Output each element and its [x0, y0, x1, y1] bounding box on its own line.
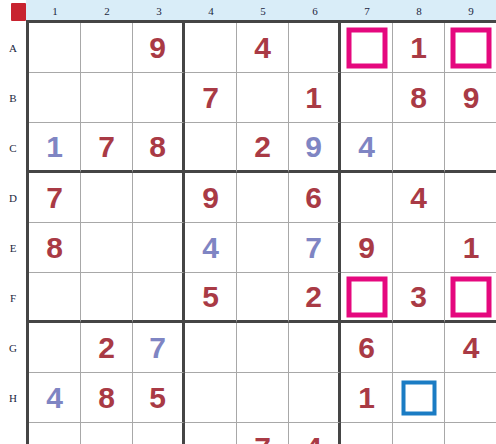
column-label-8: 8 — [393, 0, 445, 22]
window-corner-icon — [11, 3, 26, 21]
cell-digit-A5: 4 — [254, 33, 271, 63]
sudoku-cell-D7[interactable] — [341, 173, 393, 223]
sudoku-cell-A2[interactable] — [81, 23, 133, 73]
cell-digit-B9: 9 — [463, 83, 480, 113]
sudoku-grid: 94171891782947964847915232764485174 — [26, 20, 496, 444]
cell-digit-G3: 7 — [149, 333, 166, 363]
sudoku-cell-A3[interactable]: 9 — [133, 23, 185, 73]
sudoku-cell-A9[interactable] — [445, 23, 496, 73]
sudoku-cell-A5[interactable]: 4 — [237, 23, 289, 73]
cell-digit-H2: 8 — [98, 383, 115, 413]
row-label-A: A — [0, 23, 26, 73]
sudoku-cell-C2[interactable]: 7 — [81, 123, 133, 173]
row-label-F: F — [0, 273, 26, 323]
sudoku-cell-H8[interactable] — [393, 373, 445, 423]
row-label-G: G — [0, 323, 26, 373]
cell-digit-E6: 7 — [305, 233, 322, 263]
sudoku-cell-E2[interactable] — [81, 223, 133, 273]
sudoku-cell-F9[interactable] — [445, 273, 496, 323]
sudoku-cell-I2[interactable] — [81, 423, 133, 444]
sudoku-cell-G3[interactable]: 7 — [133, 323, 185, 373]
sudoku-cell-I3[interactable] — [133, 423, 185, 444]
sudoku-cell-C8[interactable] — [393, 123, 445, 173]
column-label-7: 7 — [341, 0, 393, 22]
sudoku-cell-F4[interactable]: 5 — [185, 273, 237, 323]
cell-digit-G2: 2 — [98, 333, 115, 363]
sudoku-cell-D5[interactable] — [237, 173, 289, 223]
cell-digit-E9: 1 — [463, 233, 480, 263]
sudoku-cell-F7[interactable] — [341, 273, 393, 323]
cell-digit-E1: 8 — [46, 233, 63, 263]
sudoku-cell-E5[interactable] — [237, 223, 289, 273]
cell-digit-I5: 7 — [254, 433, 271, 444]
sudoku-app: 123456789 ABCDEFGHI 94171891782947964847… — [0, 0, 496, 444]
sudoku-cell-G7[interactable]: 6 — [341, 323, 393, 373]
sudoku-cell-B7[interactable] — [341, 73, 393, 123]
sudoku-cell-F1[interactable] — [29, 273, 81, 323]
sudoku-cell-E7[interactable]: 9 — [341, 223, 393, 273]
cell-digit-E7: 9 — [358, 233, 375, 263]
cell-digit-C1: 1 — [46, 132, 63, 162]
sudoku-cell-C1[interactable]: 1 — [29, 123, 81, 173]
sudoku-cell-H3[interactable]: 5 — [133, 373, 185, 423]
sudoku-cell-D3[interactable] — [133, 173, 185, 223]
column-label-9: 9 — [445, 0, 496, 22]
sudoku-cell-F2[interactable] — [81, 273, 133, 323]
cell-digit-F4: 5 — [202, 282, 219, 312]
sudoku-cell-H5[interactable] — [237, 373, 289, 423]
cell-digit-A3: 9 — [149, 33, 166, 63]
cell-digit-A8: 1 — [410, 33, 427, 63]
sudoku-cell-F8[interactable]: 3 — [393, 273, 445, 323]
sudoku-cell-I5[interactable]: 7 — [237, 423, 289, 444]
sudoku-cell-G5[interactable] — [237, 323, 289, 373]
sudoku-cell-I1[interactable] — [29, 423, 81, 444]
sudoku-cell-F6[interactable]: 2 — [289, 273, 341, 323]
column-label-4: 4 — [185, 0, 237, 22]
cell-digit-B4: 7 — [202, 83, 219, 113]
sudoku-cell-E8[interactable] — [393, 223, 445, 273]
sudoku-cell-A1[interactable] — [29, 23, 81, 73]
sudoku-cell-B1[interactable] — [29, 73, 81, 123]
sudoku-cell-F5[interactable] — [237, 273, 289, 323]
sudoku-cell-C9[interactable] — [445, 123, 496, 173]
sudoku-cell-E6[interactable]: 7 — [289, 223, 341, 273]
column-label-5: 5 — [237, 0, 289, 22]
sudoku-cell-B5[interactable] — [237, 73, 289, 123]
sudoku-cell-B6[interactable]: 1 — [289, 73, 341, 123]
sudoku-cell-G8[interactable] — [393, 323, 445, 373]
sudoku-cell-I6[interactable]: 4 — [289, 423, 341, 444]
sudoku-cell-C5[interactable]: 2 — [237, 123, 289, 173]
sudoku-cell-H4[interactable] — [185, 373, 237, 423]
sudoku-cell-C4[interactable] — [185, 123, 237, 173]
cell-digit-G7: 6 — [358, 333, 375, 363]
sudoku-cell-D2[interactable] — [81, 173, 133, 223]
cell-digit-D4: 9 — [202, 183, 219, 213]
row-labels: ABCDEFGHI — [0, 23, 26, 444]
sudoku-cell-A7[interactable] — [341, 23, 393, 73]
selection-highlight-blue-H8 — [401, 380, 436, 415]
selection-highlight-pink-A7 — [346, 27, 387, 68]
selection-highlight-pink-A9 — [451, 27, 492, 68]
sudoku-cell-I9[interactable] — [445, 423, 496, 444]
sudoku-cell-G6[interactable] — [289, 323, 341, 373]
cell-digit-C5: 2 — [254, 132, 271, 162]
cell-digit-C2: 7 — [98, 132, 115, 162]
cell-digit-I6: 4 — [305, 433, 322, 444]
cell-digit-G9: 4 — [463, 333, 480, 363]
sudoku-cell-F3[interactable] — [133, 273, 185, 323]
cell-digit-F6: 2 — [305, 282, 322, 312]
column-label-3: 3 — [133, 0, 185, 22]
cell-digit-B6: 1 — [305, 83, 322, 113]
cell-digit-D6: 6 — [305, 183, 322, 213]
cell-digit-C6: 9 — [305, 132, 322, 162]
sudoku-cell-B3[interactable] — [133, 73, 185, 123]
sudoku-cell-D1[interactable]: 7 — [29, 173, 81, 223]
sudoku-cell-H1[interactable]: 4 — [29, 373, 81, 423]
selection-highlight-pink-F9 — [451, 276, 492, 317]
cell-digit-C3: 8 — [149, 132, 166, 162]
cell-digit-D8: 4 — [410, 183, 427, 213]
column-label-2: 2 — [81, 0, 133, 22]
sudoku-cell-E3[interactable] — [133, 223, 185, 273]
sudoku-cell-H9[interactable] — [445, 373, 496, 423]
sudoku-cell-E1[interactable]: 8 — [29, 223, 81, 273]
sudoku-cell-B8[interactable]: 8 — [393, 73, 445, 123]
sudoku-cell-D8[interactable]: 4 — [393, 173, 445, 223]
sudoku-cell-D4[interactable]: 9 — [185, 173, 237, 223]
sudoku-cell-H6[interactable] — [289, 373, 341, 423]
cell-digit-B8: 8 — [410, 83, 427, 113]
sudoku-cell-D6[interactable]: 6 — [289, 173, 341, 223]
sudoku-cell-G4[interactable] — [185, 323, 237, 373]
sudoku-cell-H2[interactable]: 8 — [81, 373, 133, 423]
sudoku-cell-B9[interactable]: 9 — [445, 73, 496, 123]
cell-digit-C7: 4 — [358, 132, 375, 162]
cell-digit-H3: 5 — [149, 383, 166, 413]
sudoku-cell-G1[interactable] — [29, 323, 81, 373]
cell-digit-D1: 7 — [46, 183, 63, 213]
sudoku-cell-C3[interactable]: 8 — [133, 123, 185, 173]
row-label-I: I — [0, 423, 26, 444]
cell-digit-H1: 4 — [46, 383, 63, 413]
sudoku-cell-G2[interactable]: 2 — [81, 323, 133, 373]
cell-digit-H7: 1 — [358, 383, 375, 413]
sudoku-cell-C6[interactable]: 9 — [289, 123, 341, 173]
selection-highlight-pink-F7 — [346, 276, 387, 317]
sudoku-cell-I8[interactable] — [393, 423, 445, 444]
sudoku-cell-A4[interactable] — [185, 23, 237, 73]
sudoku-cell-B2[interactable] — [81, 73, 133, 123]
sudoku-cell-D9[interactable] — [445, 173, 496, 223]
sudoku-cell-C7[interactable]: 4 — [341, 123, 393, 173]
sudoku-cell-E4[interactable]: 4 — [185, 223, 237, 273]
column-label-1: 1 — [29, 0, 81, 22]
sudoku-cell-G9[interactable]: 4 — [445, 323, 496, 373]
row-label-E: E — [0, 223, 26, 273]
row-label-D: D — [0, 173, 26, 223]
row-label-B: B — [0, 73, 26, 123]
sudoku-cell-B4[interactable]: 7 — [185, 73, 237, 123]
sudoku-cell-A8[interactable]: 1 — [393, 23, 445, 73]
column-headers: 123456789 — [26, 0, 496, 22]
row-label-H: H — [0, 373, 26, 423]
column-label-6: 6 — [289, 0, 341, 22]
sudoku-cell-A6[interactable] — [289, 23, 341, 73]
row-label-C: C — [0, 123, 26, 173]
sudoku-cell-E9[interactable]: 1 — [445, 223, 496, 273]
sudoku-cell-I7[interactable] — [341, 423, 393, 444]
cell-digit-F8: 3 — [410, 282, 427, 312]
cell-digit-E4: 4 — [202, 233, 219, 263]
sudoku-cell-I4[interactable] — [185, 423, 237, 444]
sudoku-cell-H7[interactable]: 1 — [341, 373, 393, 423]
